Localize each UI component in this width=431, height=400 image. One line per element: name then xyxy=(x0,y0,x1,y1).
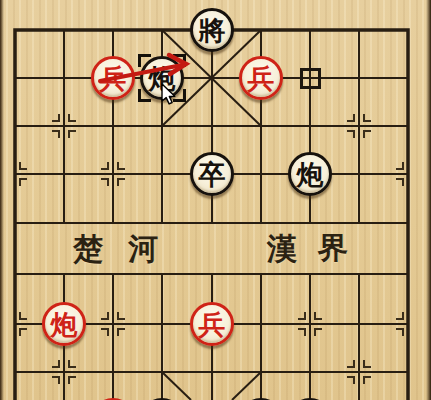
red-soldier-piece[interactable]: 兵 xyxy=(239,56,283,100)
red-soldier-piece[interactable]: 兵 xyxy=(91,56,135,100)
black-cannon-piece[interactable]: 炮 xyxy=(140,56,184,100)
river-text-he: 河 xyxy=(127,233,159,265)
last-move-marker xyxy=(300,68,321,89)
river-text-jie: 界 xyxy=(317,232,349,264)
black-cannon-piece[interactable]: 炮 xyxy=(288,152,332,196)
red-cannon-piece[interactable]: 炮 xyxy=(42,302,86,346)
black-general-piece[interactable]: 將 xyxy=(190,8,234,52)
red-soldier-piece[interactable]: 兵 xyxy=(190,302,234,346)
black-soldier-piece[interactable]: 卒 xyxy=(190,152,234,196)
river-text-chu: 楚 xyxy=(72,233,104,265)
river-text-han: 漢 xyxy=(266,233,298,265)
xiangqi-app: 楚 河 漢 界 將兵炮兵卒炮炮兵 xyxy=(0,0,431,400)
